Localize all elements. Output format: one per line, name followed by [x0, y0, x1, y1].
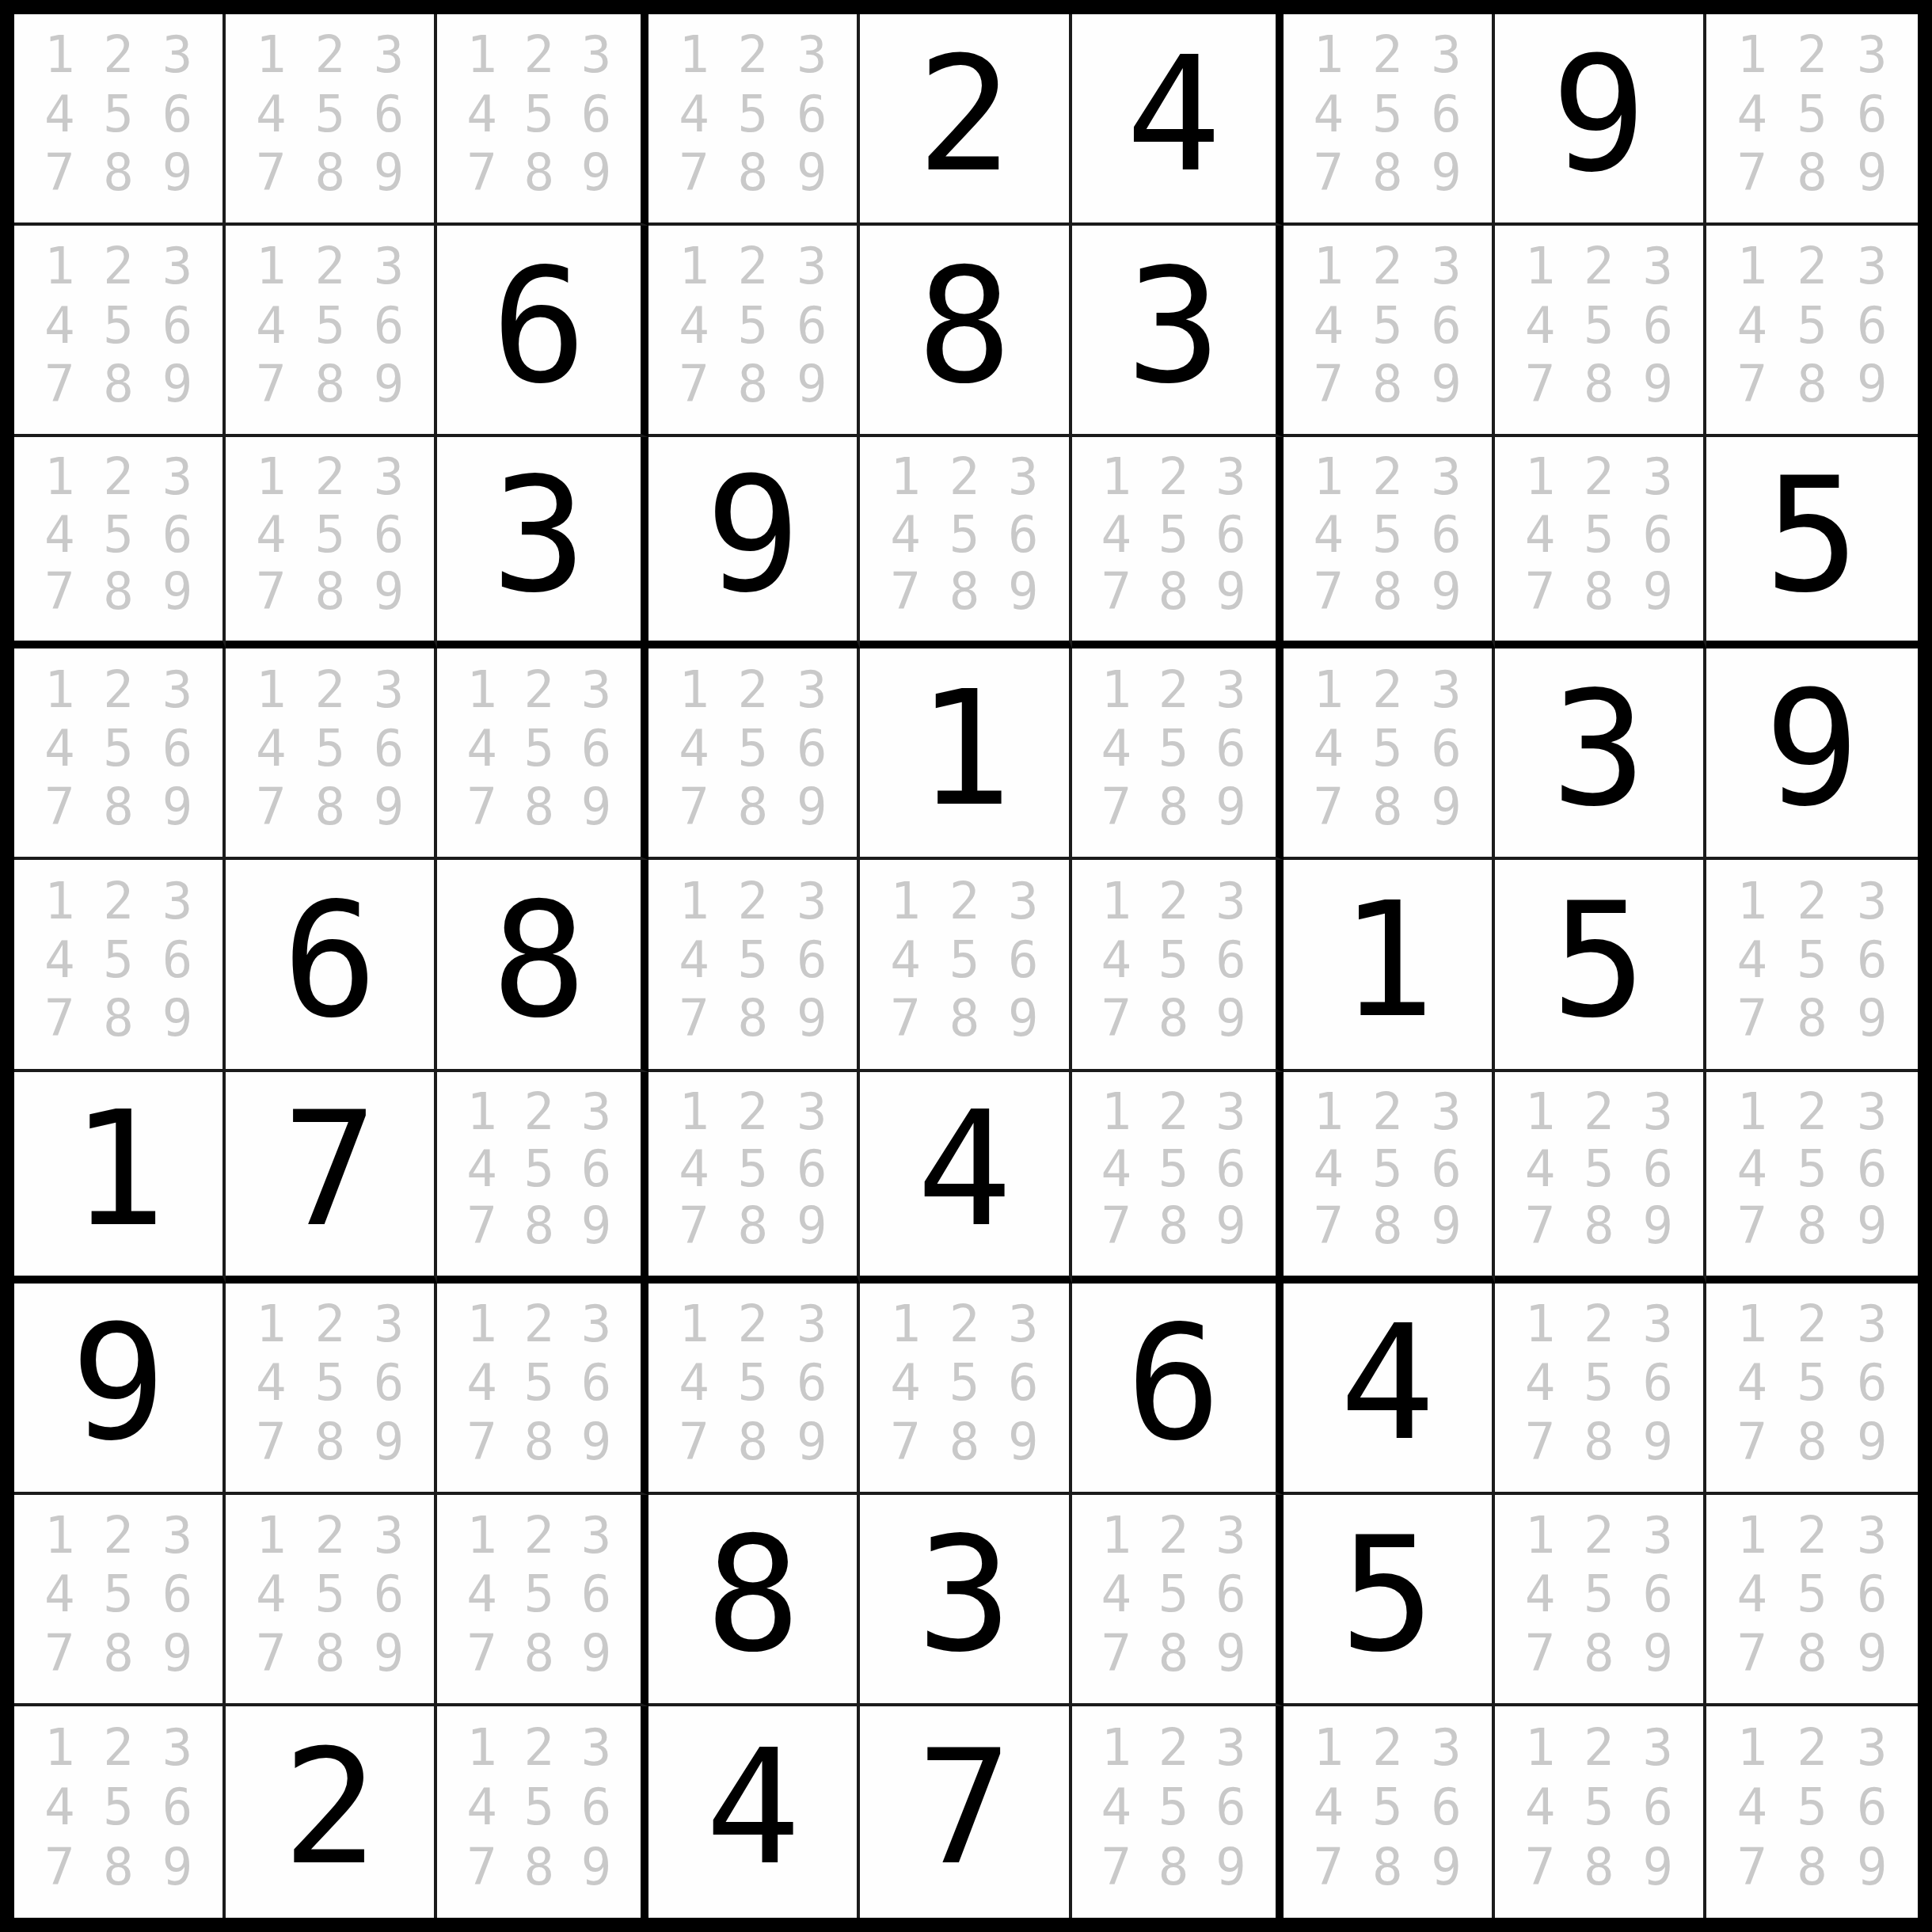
pencil-mark-2: 2 [1569, 1295, 1628, 1353]
pencil-mark-3: 3 [782, 660, 841, 718]
cell-r6c3[interactable]: 123456789 [437, 1072, 648, 1284]
pencil-mark-4: 4 [664, 295, 723, 354]
pencil-mark-7: 7 [876, 1412, 934, 1470]
pencil-mark-1: 1 [1299, 237, 1358, 295]
cell-r8c3[interactable]: 123456789 [437, 1495, 648, 1706]
pencil-mark-2: 2 [300, 1295, 359, 1353]
pencil-mark-9: 9 [994, 989, 1052, 1048]
pencil-mark-3: 3 [1417, 237, 1475, 295]
cell-r5c9[interactable]: 123456789 [1706, 860, 1918, 1071]
pencil-mark-6: 6 [782, 1140, 841, 1197]
cell-r8c5[interactable]: 3 [860, 1495, 1071, 1706]
pencil-mark-3: 3 [1202, 448, 1259, 505]
cell-r6c6[interactable]: 123456789 [1072, 1072, 1284, 1284]
pencil-mark-4: 4 [30, 1565, 89, 1623]
pencil-mark-7: 7 [1722, 1837, 1782, 1897]
pencil-mark-1: 1 [30, 237, 89, 295]
given-digit: 3 [917, 1516, 1012, 1674]
pencil-mark-5: 5 [1358, 1778, 1417, 1838]
cell-r3c2[interactable]: 123456789 [226, 437, 437, 648]
pencil-mark-2: 2 [511, 1717, 568, 1778]
pencil-mark-6: 6 [1842, 84, 1902, 143]
pencil-mark-8: 8 [1782, 143, 1843, 202]
cell-r2c9[interactable]: 123456789 [1706, 226, 1918, 437]
cell-r6c9[interactable]: 123456789 [1706, 1072, 1918, 1284]
cell-r4c1[interactable]: 123456789 [14, 648, 226, 860]
pencil-mark-9: 9 [1629, 1197, 1687, 1254]
pencil-mark-7: 7 [30, 778, 89, 836]
pencil-marks: 123456789 [226, 14, 434, 222]
pencil-mark-9: 9 [1842, 1837, 1902, 1897]
pencil-mark-8: 8 [89, 1837, 147, 1897]
cell-r5c5[interactable]: 123456789 [860, 860, 1071, 1071]
cell-r2c3[interactable]: 6 [437, 226, 648, 437]
pencil-mark-1: 1 [241, 25, 300, 84]
pencil-mark-1: 1 [1088, 1506, 1145, 1565]
pencil-mark-3: 3 [148, 1506, 207, 1565]
cell-r4c3[interactable]: 123456789 [437, 648, 648, 860]
pencil-mark-8: 8 [935, 563, 994, 620]
pencil-mark-7: 7 [1088, 1197, 1145, 1254]
pencil-mark-4: 4 [453, 84, 510, 143]
cell-r4c2[interactable]: 123456789 [226, 648, 437, 860]
pencil-mark-5: 5 [1782, 295, 1843, 354]
cell-r2c2[interactable]: 123456789 [226, 226, 437, 437]
pencil-mark-7: 7 [1088, 1624, 1145, 1683]
pencil-mark-7: 7 [1088, 778, 1145, 836]
pencil-mark-1: 1 [30, 448, 89, 505]
pencil-mark-5: 5 [1358, 1140, 1417, 1197]
pencil-mark-7: 7 [30, 143, 89, 202]
pencil-mark-5: 5 [511, 1778, 568, 1838]
pencil-mark-9: 9 [148, 355, 207, 413]
pencil-mark-3: 3 [1202, 1717, 1259, 1778]
cell-r1c8[interactable]: 9 [1495, 14, 1706, 226]
cell-r7c8[interactable]: 123456789 [1495, 1284, 1706, 1495]
cell-r8c7[interactable]: 5 [1284, 1495, 1495, 1706]
pencil-mark-3: 3 [359, 1295, 418, 1353]
pencil-marks: 123456789 [648, 226, 857, 434]
pencil-mark-6: 6 [1629, 1778, 1687, 1838]
pencil-mark-5: 5 [724, 295, 782, 354]
pencil-mark-6: 6 [148, 84, 207, 143]
pencil-mark-6: 6 [1629, 506, 1687, 563]
pencil-mark-2: 2 [1569, 1506, 1628, 1565]
pencil-marks: 123456789 [1706, 226, 1918, 434]
cell-r7c5[interactable]: 123456789 [860, 1284, 1071, 1495]
pencil-mark-7: 7 [1511, 1197, 1569, 1254]
cell-r7c6[interactable]: 6 [1072, 1284, 1284, 1495]
pencil-mark-5: 5 [1145, 719, 1202, 778]
cell-r1c1[interactable]: 123456789 [14, 14, 226, 226]
pencil-mark-4: 4 [1088, 1565, 1145, 1623]
pencil-mark-3: 3 [1842, 1295, 1902, 1353]
cell-r1c7[interactable]: 123456789 [1284, 14, 1495, 226]
cell-r9c4[interactable]: 4 [648, 1706, 860, 1918]
pencil-marks: 123456789 [226, 648, 434, 857]
cell-r5c3[interactable]: 8 [437, 860, 648, 1071]
pencil-mark-3: 3 [994, 1295, 1052, 1353]
cell-r5c4[interactable]: 123456789 [648, 860, 860, 1071]
cell-r9c9[interactable]: 123456789 [1706, 1706, 1918, 1918]
cell-r5c8[interactable]: 5 [1495, 860, 1706, 1071]
pencil-mark-5: 5 [511, 1565, 568, 1623]
pencil-mark-3: 3 [782, 237, 841, 295]
cell-r8c4[interactable]: 8 [648, 1495, 860, 1706]
pencil-marks: 123456789 [437, 14, 641, 222]
cell-r7c9[interactable]: 123456789 [1706, 1284, 1918, 1495]
cell-r3c6[interactable]: 123456789 [1072, 437, 1284, 648]
cell-r4c8[interactable]: 3 [1495, 648, 1706, 860]
pencil-mark-1: 1 [664, 1083, 723, 1140]
pencil-marks: 123456789 [437, 1706, 641, 1918]
pencil-mark-4: 4 [241, 1353, 300, 1412]
pencil-mark-1: 1 [1722, 25, 1782, 84]
pencil-mark-7: 7 [30, 1624, 89, 1683]
pencil-mark-9: 9 [1629, 563, 1687, 620]
pencil-mark-5: 5 [935, 930, 994, 989]
pencil-mark-2: 2 [511, 1506, 568, 1565]
pencil-mark-2: 2 [1358, 448, 1417, 505]
cell-r2c6[interactable]: 3 [1072, 226, 1284, 437]
cell-r8c6[interactable]: 123456789 [1072, 1495, 1284, 1706]
cell-r5c7[interactable]: 1 [1284, 860, 1495, 1071]
cell-r1c4[interactable]: 123456789 [648, 14, 860, 226]
pencil-marks: 123456789 [1284, 14, 1492, 222]
cell-r7c7[interactable]: 4 [1284, 1284, 1495, 1495]
pencil-mark-1: 1 [453, 1295, 510, 1353]
pencil-mark-9: 9 [1629, 1412, 1687, 1470]
pencil-mark-5: 5 [89, 295, 147, 354]
pencil-mark-5: 5 [1569, 1565, 1628, 1623]
pencil-mark-6: 6 [782, 1353, 841, 1412]
given-digit: 9 [705, 456, 801, 614]
pencil-mark-8: 8 [1782, 1412, 1843, 1470]
cell-r9c8[interactable]: 123456789 [1495, 1706, 1706, 1918]
pencil-mark-2: 2 [724, 660, 782, 718]
pencil-mark-5: 5 [511, 1353, 568, 1412]
pencil-mark-4: 4 [241, 84, 300, 143]
pencil-marks: 123456789 [14, 860, 222, 1068]
cell-r4c7[interactable]: 123456789 [1284, 648, 1495, 860]
pencil-mark-4: 4 [664, 84, 723, 143]
pencil-marks: 123456789 [1284, 648, 1492, 857]
pencil-mark-4: 4 [876, 1353, 934, 1412]
pencil-marks: 123456789 [648, 648, 857, 857]
given-digit: 8 [705, 1516, 801, 1674]
pencil-mark-1: 1 [30, 25, 89, 84]
cell-r5c6[interactable]: 123456789 [1072, 860, 1284, 1071]
pencil-marks: 123456789 [437, 1072, 641, 1276]
pencil-mark-1: 1 [453, 1506, 510, 1565]
cell-r8c1[interactable]: 123456789 [14, 1495, 226, 1706]
cell-r1c9[interactable]: 123456789 [1706, 14, 1918, 226]
cell-r8c9[interactable]: 123456789 [1706, 1495, 1918, 1706]
cell-r6c7[interactable]: 123456789 [1284, 1072, 1495, 1284]
pencil-mark-3: 3 [1629, 1295, 1687, 1353]
pencil-mark-8: 8 [1782, 355, 1843, 413]
pencil-mark-5: 5 [1145, 1565, 1202, 1623]
pencil-mark-3: 3 [568, 1295, 625, 1353]
cell-r7c3[interactable]: 123456789 [437, 1284, 648, 1495]
cell-r7c1[interactable]: 9 [14, 1284, 226, 1495]
pencil-mark-6: 6 [148, 1778, 207, 1838]
pencil-mark-4: 4 [1511, 295, 1569, 354]
pencil-mark-4: 4 [1722, 1778, 1782, 1838]
cell-r2c4[interactable]: 123456789 [648, 226, 860, 437]
pencil-mark-9: 9 [782, 778, 841, 836]
pencil-mark-8: 8 [89, 143, 147, 202]
pencil-mark-7: 7 [1722, 1624, 1782, 1683]
cell-r1c2[interactable]: 123456789 [226, 14, 437, 226]
cell-r9c3[interactable]: 123456789 [437, 1706, 648, 1918]
pencil-mark-9: 9 [1842, 1197, 1902, 1254]
pencil-mark-7: 7 [664, 1412, 723, 1470]
pencil-mark-4: 4 [664, 930, 723, 989]
pencil-mark-4: 4 [1299, 1140, 1358, 1197]
pencil-marks: 123456789 [437, 1284, 641, 1492]
pencil-marks: 123456789 [1495, 1495, 1703, 1703]
pencil-mark-9: 9 [782, 1412, 841, 1470]
cell-r2c8[interactable]: 123456789 [1495, 226, 1706, 437]
cell-r3c3[interactable]: 3 [437, 437, 648, 648]
pencil-mark-2: 2 [1145, 1717, 1202, 1778]
pencil-mark-3: 3 [1202, 660, 1259, 718]
pencil-mark-9: 9 [1417, 778, 1475, 836]
pencil-mark-7: 7 [1722, 143, 1782, 202]
pencil-mark-1: 1 [30, 871, 89, 930]
pencil-marks: 123456789 [1072, 1706, 1276, 1918]
pencil-marks: 123456789 [1284, 437, 1492, 641]
pencil-mark-4: 4 [241, 1565, 300, 1623]
pencil-marks: 123456789 [14, 1706, 222, 1918]
cell-r3c1[interactable]: 123456789 [14, 437, 226, 648]
cell-r6c5[interactable]: 4 [860, 1072, 1071, 1284]
cell-r8c8[interactable]: 123456789 [1495, 1495, 1706, 1706]
pencil-mark-7: 7 [241, 778, 300, 836]
pencil-mark-3: 3 [1417, 25, 1475, 84]
pencil-mark-5: 5 [1358, 719, 1417, 778]
cell-r8c2[interactable]: 123456789 [226, 1495, 437, 1706]
pencil-mark-4: 4 [241, 719, 300, 778]
pencil-mark-5: 5 [511, 1140, 568, 1197]
pencil-mark-9: 9 [568, 1412, 625, 1470]
cell-r1c3[interactable]: 123456789 [437, 14, 648, 226]
pencil-mark-9: 9 [148, 1837, 207, 1897]
pencil-mark-5: 5 [300, 1565, 359, 1623]
pencil-mark-8: 8 [1569, 1837, 1628, 1897]
pencil-marks: 123456789 [1706, 1072, 1918, 1276]
pencil-mark-5: 5 [89, 1565, 147, 1623]
pencil-mark-3: 3 [1202, 871, 1259, 930]
pencil-mark-2: 2 [89, 871, 147, 930]
cell-r3c5[interactable]: 123456789 [860, 437, 1071, 648]
pencil-mark-9: 9 [1417, 563, 1475, 620]
given-digit: 6 [492, 247, 587, 405]
pencil-mark-1: 1 [1299, 660, 1358, 718]
pencil-mark-2: 2 [89, 237, 147, 295]
pencil-mark-6: 6 [359, 295, 418, 354]
pencil-mark-1: 1 [1722, 1295, 1782, 1353]
cell-r3c9[interactable]: 5 [1706, 437, 1918, 648]
pencil-mark-2: 2 [1145, 1083, 1202, 1140]
pencil-mark-2: 2 [1569, 448, 1628, 505]
pencil-mark-1: 1 [1722, 1083, 1782, 1140]
pencil-marks: 123456789 [14, 14, 222, 222]
pencil-marks: 123456789 [14, 226, 222, 434]
pencil-mark-2: 2 [511, 25, 568, 84]
given-digit: 3 [492, 456, 587, 614]
pencil-mark-1: 1 [453, 25, 510, 84]
pencil-mark-2: 2 [300, 25, 359, 84]
cell-r1c6[interactable]: 4 [1072, 14, 1284, 226]
cell-r9c1[interactable]: 123456789 [14, 1706, 226, 1918]
pencil-mark-5: 5 [724, 930, 782, 989]
pencil-mark-8: 8 [1569, 355, 1628, 413]
pencil-marks: 123456789 [1706, 860, 1918, 1068]
pencil-mark-3: 3 [1629, 1717, 1687, 1778]
pencil-mark-4: 4 [453, 1353, 510, 1412]
pencil-mark-7: 7 [453, 1837, 510, 1897]
cell-r3c7[interactable]: 123456789 [1284, 437, 1495, 648]
pencil-mark-7: 7 [241, 563, 300, 620]
pencil-mark-2: 2 [935, 448, 994, 505]
pencil-mark-8: 8 [300, 1624, 359, 1683]
cell-r5c1[interactable]: 123456789 [14, 860, 226, 1071]
pencil-mark-8: 8 [300, 563, 359, 620]
pencil-mark-7: 7 [664, 778, 723, 836]
pencil-marks: 123456789 [648, 14, 857, 222]
pencil-mark-1: 1 [30, 660, 89, 718]
pencil-mark-1: 1 [241, 237, 300, 295]
cell-r4c5[interactable]: 1 [860, 648, 1071, 860]
pencil-mark-1: 1 [1511, 1083, 1569, 1140]
pencil-mark-6: 6 [359, 1565, 418, 1623]
cell-r6c8[interactable]: 123456789 [1495, 1072, 1706, 1284]
pencil-mark-2: 2 [1358, 1717, 1417, 1778]
pencil-mark-9: 9 [359, 143, 418, 202]
cell-r7c2[interactable]: 123456789 [226, 1284, 437, 1495]
pencil-mark-3: 3 [1417, 660, 1475, 718]
pencil-mark-3: 3 [1629, 1506, 1687, 1565]
cell-r1c5[interactable]: 2 [860, 14, 1071, 226]
pencil-mark-3: 3 [782, 871, 841, 930]
pencil-mark-4: 4 [30, 719, 89, 778]
given-digit: 1 [70, 1090, 165, 1249]
given-digit: 4 [917, 1090, 1012, 1249]
pencil-mark-5: 5 [1782, 1140, 1843, 1197]
pencil-mark-4: 4 [453, 1778, 510, 1838]
pencil-mark-4: 4 [1722, 1140, 1782, 1197]
pencil-mark-1: 1 [241, 1295, 300, 1353]
pencil-mark-4: 4 [1299, 1778, 1358, 1838]
pencil-mark-8: 8 [511, 1624, 568, 1683]
pencil-mark-2: 2 [511, 1083, 568, 1140]
pencil-mark-7: 7 [664, 989, 723, 1048]
cell-r9c7[interactable]: 123456789 [1284, 1706, 1495, 1918]
pencil-mark-6: 6 [568, 1140, 625, 1197]
pencil-mark-4: 4 [1722, 295, 1782, 354]
cell-r9c5[interactable]: 7 [860, 1706, 1071, 1918]
pencil-mark-6: 6 [1202, 1565, 1259, 1623]
pencil-marks: 123456789 [1495, 1072, 1703, 1276]
pencil-mark-6: 6 [1842, 1353, 1902, 1412]
pencil-mark-7: 7 [241, 1624, 300, 1683]
cell-r7c4[interactable]: 123456789 [648, 1284, 860, 1495]
cell-r9c6[interactable]: 123456789 [1072, 1706, 1284, 1918]
pencil-mark-1: 1 [453, 1083, 510, 1140]
pencil-mark-5: 5 [1569, 1140, 1628, 1197]
pencil-mark-7: 7 [241, 355, 300, 413]
pencil-mark-4: 4 [1088, 719, 1145, 778]
pencil-mark-2: 2 [300, 237, 359, 295]
cell-r3c8[interactable]: 123456789 [1495, 437, 1706, 648]
pencil-mark-7: 7 [1511, 1624, 1569, 1683]
pencil-mark-2: 2 [1782, 25, 1843, 84]
pencil-mark-5: 5 [935, 506, 994, 563]
pencil-mark-8: 8 [724, 1197, 782, 1254]
cell-r3c4[interactable]: 9 [648, 437, 860, 648]
pencil-mark-8: 8 [724, 989, 782, 1048]
pencil-mark-7: 7 [241, 1412, 300, 1470]
pencil-mark-8: 8 [935, 989, 994, 1048]
pencil-mark-5: 5 [724, 1140, 782, 1197]
cell-r6c4[interactable]: 123456789 [648, 1072, 860, 1284]
cell-r2c7[interactable]: 123456789 [1284, 226, 1495, 437]
pencil-mark-7: 7 [1299, 563, 1358, 620]
cell-r6c1[interactable]: 1 [14, 1072, 226, 1284]
cell-r9c2[interactable]: 2 [226, 1706, 437, 1918]
pencil-mark-3: 3 [782, 25, 841, 84]
given-digit: 7 [282, 1090, 377, 1249]
cell-r5c2[interactable]: 6 [226, 860, 437, 1071]
pencil-mark-7: 7 [1088, 1837, 1145, 1897]
cell-r2c1[interactable]: 123456789 [14, 226, 226, 437]
cell-r4c6[interactable]: 123456789 [1072, 648, 1284, 860]
pencil-mark-6: 6 [359, 1353, 418, 1412]
pencil-mark-6: 6 [359, 719, 418, 778]
pencil-mark-8: 8 [89, 563, 147, 620]
pencil-marks: 123456789 [1072, 648, 1276, 857]
pencil-mark-5: 5 [511, 719, 568, 778]
cell-r4c4[interactable]: 123456789 [648, 648, 860, 860]
cell-r4c9[interactable]: 9 [1706, 648, 1918, 860]
pencil-marks: 123456789 [1495, 1284, 1703, 1492]
pencil-mark-6: 6 [1417, 1140, 1475, 1197]
pencil-mark-9: 9 [1629, 355, 1687, 413]
pencil-mark-1: 1 [1511, 448, 1569, 505]
pencil-mark-7: 7 [1088, 563, 1145, 620]
given-digit: 4 [1340, 1304, 1435, 1462]
cell-r6c2[interactable]: 7 [226, 1072, 437, 1284]
pencil-mark-5: 5 [724, 84, 782, 143]
pencil-mark-5: 5 [935, 1353, 994, 1412]
pencil-mark-4: 4 [1511, 1565, 1569, 1623]
pencil-mark-4: 4 [30, 506, 89, 563]
pencil-mark-7: 7 [876, 563, 934, 620]
pencil-mark-4: 4 [1088, 1140, 1145, 1197]
pencil-marks: 123456789 [1072, 860, 1276, 1068]
pencil-mark-7: 7 [453, 1412, 510, 1470]
pencil-mark-1: 1 [1299, 1083, 1358, 1140]
pencil-mark-4: 4 [1511, 1353, 1569, 1412]
pencil-mark-7: 7 [1299, 143, 1358, 202]
pencil-mark-6: 6 [1202, 1140, 1259, 1197]
pencil-marks: 123456789 [1495, 1706, 1703, 1918]
pencil-mark-7: 7 [664, 1197, 723, 1254]
cell-r2c5[interactable]: 8 [860, 226, 1071, 437]
pencil-mark-9: 9 [1202, 989, 1259, 1048]
